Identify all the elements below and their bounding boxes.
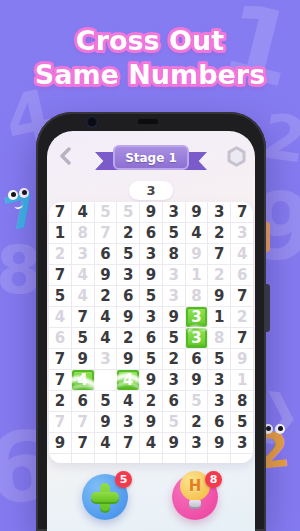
grid-cell-r10c8[interactable]: 3 bbox=[208, 391, 230, 411]
grid-cell-r9c9[interactable]: 1 bbox=[231, 370, 253, 390]
grid-cell-r6c3[interactable]: 4 bbox=[95, 307, 117, 327]
grid-cell-r10c5[interactable]: 2 bbox=[140, 391, 162, 411]
grid-cell-r7c7[interactable]: 3 bbox=[186, 328, 208, 348]
grid-cell-empty bbox=[72, 454, 94, 463]
grid-cell-r9c2[interactable]: 4 bbox=[72, 370, 94, 390]
grid-cell-r9c8[interactable]: 3 bbox=[208, 370, 230, 390]
grid-cell-r12c3[interactable]: 4 bbox=[95, 433, 117, 453]
grid-cell-r4c4[interactable]: 3 bbox=[117, 265, 139, 285]
grid-cell-r6c5[interactable]: 3 bbox=[140, 307, 162, 327]
grid-cell-r5c1[interactable]: 5 bbox=[49, 286, 71, 306]
add-count-badge: 5 bbox=[115, 471, 132, 488]
grid-cell-r7c8[interactable]: 8 bbox=[208, 328, 230, 348]
grid-cell-r2c1[interactable]: 1 bbox=[49, 223, 71, 243]
grid-cell-empty bbox=[140, 454, 162, 463]
phone-speaker bbox=[138, 119, 158, 124]
title-line-1: Cross Out bbox=[76, 25, 224, 56]
lightbulb-base bbox=[189, 500, 201, 509]
grid-cell-r7c2[interactable]: 5 bbox=[72, 328, 94, 348]
grid-cell-r1c2[interactable]: 4 bbox=[72, 202, 94, 222]
grid-cell-r1c4[interactable]: 5 bbox=[117, 202, 139, 222]
grid-cell-r5c9[interactable]: 7 bbox=[231, 286, 253, 306]
grid-cell-r12c5[interactable]: 4 bbox=[140, 433, 162, 453]
grid-cell-r5c2[interactable]: 4 bbox=[72, 286, 94, 306]
grid-cell-r8c9[interactable]: 9 bbox=[231, 349, 253, 369]
grid-cell-r6c8[interactable]: 1 bbox=[208, 307, 230, 327]
grid-cell-r1c6[interactable]: 3 bbox=[163, 202, 185, 222]
grid-cell-r12c2[interactable]: 7 bbox=[72, 433, 94, 453]
hexagon-settings-icon bbox=[229, 148, 244, 165]
grid-cell-r10c4[interactable]: 4 bbox=[117, 391, 139, 411]
grid-cell-r4c5[interactable]: 9 bbox=[140, 265, 162, 285]
counter-pill: 3 bbox=[129, 181, 173, 200]
grid-cell-r12c6[interactable]: 9 bbox=[163, 433, 185, 453]
mascot-eye bbox=[275, 424, 285, 434]
grid-cell-empty bbox=[231, 454, 253, 463]
grid-cell-r7c6[interactable]: 5 bbox=[163, 328, 185, 348]
grid-cell-r7c4[interactable]: 2 bbox=[117, 328, 139, 348]
grid-cell-r8c8[interactable]: 5 bbox=[208, 349, 230, 369]
grid-cell-r4c1[interactable]: 7 bbox=[49, 265, 71, 285]
grid-cell-r8c1[interactable]: 7 bbox=[49, 349, 71, 369]
grid-cell-r4c6[interactable]: 3 bbox=[163, 265, 185, 285]
grid-cell-r4c9[interactable]: 6 bbox=[231, 265, 253, 285]
grid-cell-r5c6[interactable]: 3 bbox=[163, 286, 185, 306]
grid-cell-r5c5[interactable]: 5 bbox=[140, 286, 162, 306]
grid-cell-r7c9[interactable]: 7 bbox=[231, 328, 253, 348]
grid-cell-r11c1[interactable]: 7 bbox=[49, 412, 71, 432]
grid-cell-r6c1[interactable]: 4 bbox=[49, 307, 71, 327]
grid-cell-r8c6[interactable]: 2 bbox=[163, 349, 185, 369]
hint-button[interactable]: H 8 bbox=[172, 474, 218, 520]
grid-cell-r1c3[interactable]: 5 bbox=[95, 202, 117, 222]
grid-cell-empty bbox=[163, 454, 185, 463]
grid-cell-empty bbox=[186, 454, 208, 463]
grid-cell-r4c7[interactable]: 1 bbox=[186, 265, 208, 285]
grid-cell-r10c2[interactable]: 6 bbox=[72, 391, 94, 411]
grid-cell-r12c7[interactable]: 3 bbox=[186, 433, 208, 453]
grid-cell-empty bbox=[95, 454, 117, 463]
grid-cell-r9c7[interactable]: 9 bbox=[186, 370, 208, 390]
plus-icon bbox=[91, 492, 119, 502]
grid-cell-r8c5[interactable]: 5 bbox=[140, 349, 162, 369]
phone-frame: Stage 1 3 745593937187265423236538974749… bbox=[36, 112, 266, 531]
grid-cell-r11c6[interactable]: 5 bbox=[163, 412, 185, 432]
grid-cell-r6c6[interactable]: 9 bbox=[163, 307, 185, 327]
grid-cell-r1c7[interactable]: 9 bbox=[186, 202, 208, 222]
grid-cell-r10c3[interactable]: 5 bbox=[95, 391, 117, 411]
grid-cell-r6c9[interactable]: 2 bbox=[231, 307, 253, 327]
grid-cell-r1c9[interactable]: 7 bbox=[231, 202, 253, 222]
grid-cell-r3c5[interactable]: 3 bbox=[140, 244, 162, 264]
grid-cell-r1c5[interactable]: 9 bbox=[140, 202, 162, 222]
phone-volume-button bbox=[266, 284, 270, 332]
grid-cell-r2c4[interactable]: 2 bbox=[117, 223, 139, 243]
grid-cell-r2c9[interactable]: 3 bbox=[231, 223, 253, 243]
grid-cell-r7c5[interactable]: 6 bbox=[140, 328, 162, 348]
grid-cell-r11c7[interactable]: 2 bbox=[186, 412, 208, 432]
app-title: Cross Out Same Numbers bbox=[0, 8, 300, 108]
grid-cell-r3c1[interactable]: 2 bbox=[49, 244, 71, 264]
grid-cell-r8c3[interactable]: 3 bbox=[95, 349, 117, 369]
board-grid: 7455939371872654232365389747493931265426… bbox=[49, 202, 253, 463]
grid-cell-r11c4[interactable]: 3 bbox=[117, 412, 139, 432]
grid-cell-r5c8[interactable]: 9 bbox=[208, 286, 230, 306]
grid-cell-r12c1[interactable]: 9 bbox=[49, 433, 71, 453]
grid-cell-r11c5[interactable]: 9 bbox=[140, 412, 162, 432]
grid-cell-r10c1[interactable]: 2 bbox=[49, 391, 71, 411]
board-card: 7455939371872654232365389747493931265426… bbox=[49, 202, 253, 463]
grid-cell-r3c7[interactable]: 9 bbox=[186, 244, 208, 264]
grid-cell-r6c4[interactable]: 9 bbox=[117, 307, 139, 327]
grid-cell-r9c5[interactable]: 9 bbox=[140, 370, 162, 390]
grid-cell-r5c4[interactable]: 6 bbox=[117, 286, 139, 306]
grid-cell-r1c1[interactable]: 7 bbox=[49, 202, 71, 222]
grid-cell-r3c6[interactable]: 8 bbox=[163, 244, 185, 264]
grid-cell-r11c3[interactable]: 9 bbox=[95, 412, 117, 432]
grid-cell-r9c1[interactable]: 7 bbox=[49, 370, 71, 390]
grid-cell-r6c7[interactable]: 3 bbox=[186, 307, 208, 327]
grid-cell-empty bbox=[208, 454, 230, 463]
grid-cell-r5c3[interactable]: 2 bbox=[95, 286, 117, 306]
grid-cell-r12c4[interactable]: 7 bbox=[117, 433, 139, 453]
grid-cell-r1c8[interactable]: 3 bbox=[208, 202, 230, 222]
settings-button[interactable] bbox=[226, 146, 247, 167]
grid-cell-r3c4[interactable]: 5 bbox=[117, 244, 139, 264]
grid-cell-r11c8[interactable]: 6 bbox=[208, 412, 230, 432]
grid-cell-r4c3[interactable]: 9 bbox=[95, 265, 117, 285]
hint-count-badge: 8 bbox=[205, 471, 222, 488]
stage-banner: Stage 1 bbox=[113, 145, 189, 170]
back-chevron-icon bbox=[62, 149, 69, 163]
grid-cell-r10c6[interactable]: 6 bbox=[163, 391, 185, 411]
grid-cell-r3c3[interactable]: 6 bbox=[95, 244, 117, 264]
grid-cell-r10c9[interactable]: 8 bbox=[231, 391, 253, 411]
grid-cell-r4c8[interactable]: 2 bbox=[208, 265, 230, 285]
grid-cell-r12c8[interactable]: 9 bbox=[208, 433, 230, 453]
phone-power-button bbox=[266, 222, 270, 252]
grid-cell-r2c5[interactable]: 6 bbox=[140, 223, 162, 243]
add-numbers-button[interactable]: 5 bbox=[82, 474, 128, 520]
grid-cell-r2c3[interactable]: 7 bbox=[95, 223, 117, 243]
grid-cell-r9c4[interactable]: 4 bbox=[117, 370, 139, 390]
grid-cell-r2c2[interactable]: 8 bbox=[72, 223, 94, 243]
grid-cell-r8c4[interactable]: 9 bbox=[117, 349, 139, 369]
grid-cell-r12c9[interactable]: 3 bbox=[231, 433, 253, 453]
grid-cell-r6c2[interactable]: 7 bbox=[72, 307, 94, 327]
stage-label: Stage 1 bbox=[113, 145, 189, 170]
grid-cell-r3c2[interactable]: 3 bbox=[72, 244, 94, 264]
grid-cell-r9c3[interactable] bbox=[95, 370, 117, 390]
back-button[interactable] bbox=[58, 147, 74, 165]
grid-cell-r7c1[interactable]: 6 bbox=[49, 328, 71, 348]
game-screen: Stage 1 3 745593937187265423236538974749… bbox=[47, 131, 255, 531]
grid-cell-r2c8[interactable]: 2 bbox=[208, 223, 230, 243]
grid-cell-r8c7[interactable]: 6 bbox=[186, 349, 208, 369]
grid-cell-r2c6[interactable]: 5 bbox=[163, 223, 185, 243]
grid-cell-r3c9[interactable]: 4 bbox=[231, 244, 253, 264]
grid-cell-empty bbox=[117, 454, 139, 463]
grid-cell-r10c7[interactable]: 5 bbox=[186, 391, 208, 411]
grid-cell-r4c2[interactable]: 4 bbox=[72, 265, 94, 285]
grid-cell-empty bbox=[49, 454, 71, 463]
grid-cell-r8c2[interactable]: 9 bbox=[72, 349, 94, 369]
phone-camera bbox=[86, 116, 98, 128]
mascot-eye bbox=[19, 188, 29, 198]
grid-cell-r9c6[interactable]: 3 bbox=[163, 370, 185, 390]
grid-cell-r2c7[interactable]: 4 bbox=[186, 223, 208, 243]
grid-cell-r5c7[interactable]: 8 bbox=[186, 286, 208, 306]
grid-cell-r3c8[interactable]: 7 bbox=[208, 244, 230, 264]
grid-cell-r11c2[interactable]: 7 bbox=[72, 412, 94, 432]
title-line-2: Same Numbers bbox=[35, 59, 266, 90]
grid-cell-r7c3[interactable]: 4 bbox=[95, 328, 117, 348]
mascot-eye bbox=[8, 190, 18, 200]
grid-cell-r11c9[interactable]: 5 bbox=[231, 412, 253, 432]
